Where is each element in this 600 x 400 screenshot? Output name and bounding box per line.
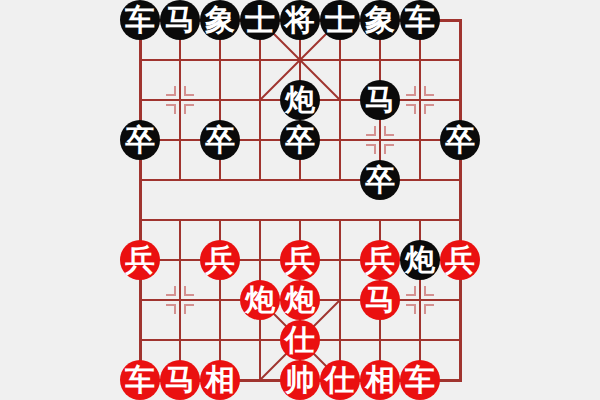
piece-red-advisor[interactable]: 仕 — [320, 360, 360, 400]
grid-line — [139, 19, 142, 382]
point-marker — [166, 286, 176, 296]
piece-red-general[interactable]: 帅 — [280, 360, 320, 400]
point-marker — [406, 304, 416, 314]
piece-red-chariot[interactable]: 车 — [120, 360, 160, 400]
piece-red-elephant[interactable]: 相 — [360, 360, 400, 400]
piece-red-soldier[interactable]: 兵 — [200, 240, 240, 280]
piece-black-advisor[interactable]: 士 — [240, 0, 280, 40]
point-marker — [406, 286, 416, 296]
piece-red-chariot[interactable]: 车 — [400, 360, 440, 400]
point-marker — [424, 86, 434, 96]
point-marker — [184, 104, 194, 114]
point-marker — [384, 126, 394, 136]
point-marker — [166, 104, 176, 114]
piece-red-soldier[interactable]: 兵 — [280, 240, 320, 280]
point-marker — [184, 286, 194, 296]
piece-black-elephant[interactable]: 象 — [360, 0, 400, 40]
piece-black-horse[interactable]: 马 — [160, 0, 200, 40]
piece-red-horse[interactable]: 马 — [160, 360, 200, 400]
xiangqi-board: 车马象士将士象车炮马卒卒卒卒卒炮兵兵兵兵兵炮炮马仕车马相帅仕相车 — [0, 0, 600, 400]
piece-red-soldier[interactable]: 兵 — [360, 240, 400, 280]
piece-black-elephant[interactable]: 象 — [200, 0, 240, 40]
grid-line — [139, 59, 462, 61]
piece-red-cannon[interactable]: 炮 — [240, 280, 280, 320]
point-marker — [166, 86, 176, 96]
point-marker — [366, 126, 376, 136]
point-marker — [424, 104, 434, 114]
piece-black-soldier[interactable]: 卒 — [360, 160, 400, 200]
piece-black-cannon[interactable]: 炮 — [400, 240, 440, 280]
grid-line — [139, 219, 462, 221]
piece-red-soldier[interactable]: 兵 — [440, 240, 480, 280]
piece-red-elephant[interactable]: 相 — [200, 360, 240, 400]
piece-black-soldier[interactable]: 卒 — [200, 120, 240, 160]
piece-black-chariot[interactable]: 车 — [120, 0, 160, 40]
piece-black-general[interactable]: 将 — [280, 0, 320, 40]
point-marker — [366, 144, 376, 154]
piece-black-soldier[interactable]: 卒 — [120, 120, 160, 160]
point-marker — [166, 304, 176, 314]
screen: 车马象士将士象车炮马卒卒卒卒卒炮兵兵兵兵兵炮炮马仕车马相帅仕相车 — [0, 0, 600, 400]
point-marker — [406, 104, 416, 114]
piece-black-cannon[interactable]: 炮 — [280, 80, 320, 120]
piece-black-advisor[interactable]: 士 — [320, 0, 360, 40]
grid-line — [459, 19, 462, 382]
point-marker — [424, 286, 434, 296]
piece-red-advisor[interactable]: 仕 — [280, 320, 320, 360]
point-marker — [424, 304, 434, 314]
piece-black-chariot[interactable]: 车 — [400, 0, 440, 40]
piece-red-soldier[interactable]: 兵 — [120, 240, 160, 280]
piece-black-horse[interactable]: 马 — [360, 80, 400, 120]
piece-black-soldier[interactable]: 卒 — [440, 120, 480, 160]
piece-red-cannon[interactable]: 炮 — [280, 280, 320, 320]
point-marker — [406, 86, 416, 96]
point-marker — [184, 304, 194, 314]
piece-black-soldier[interactable]: 卒 — [280, 120, 320, 160]
piece-red-horse[interactable]: 马 — [360, 280, 400, 320]
grid-line — [139, 179, 462, 181]
point-marker — [184, 86, 194, 96]
point-marker — [384, 144, 394, 154]
